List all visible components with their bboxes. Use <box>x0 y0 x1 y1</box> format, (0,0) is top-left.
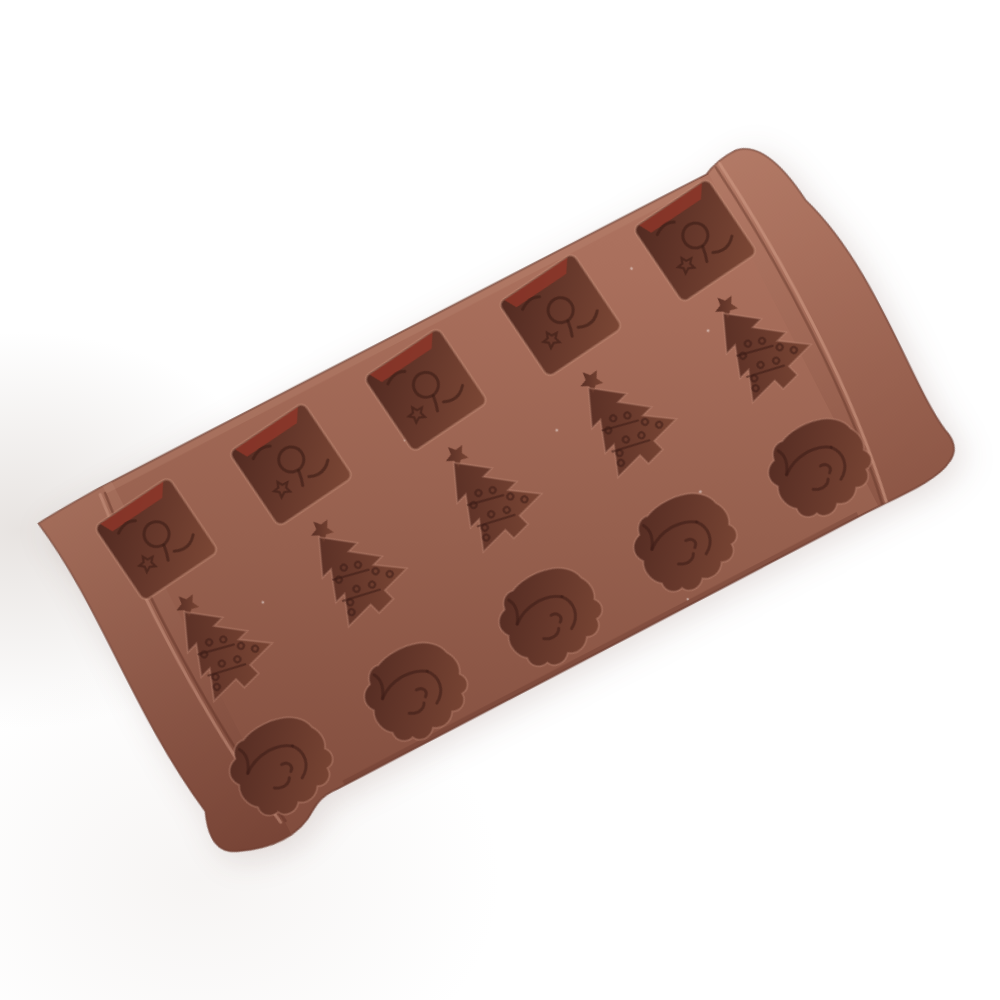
product-photo-scene <box>0 0 1000 1000</box>
chocolate-mold-tray <box>12 106 989 883</box>
chocolate-mold <box>12 106 989 883</box>
